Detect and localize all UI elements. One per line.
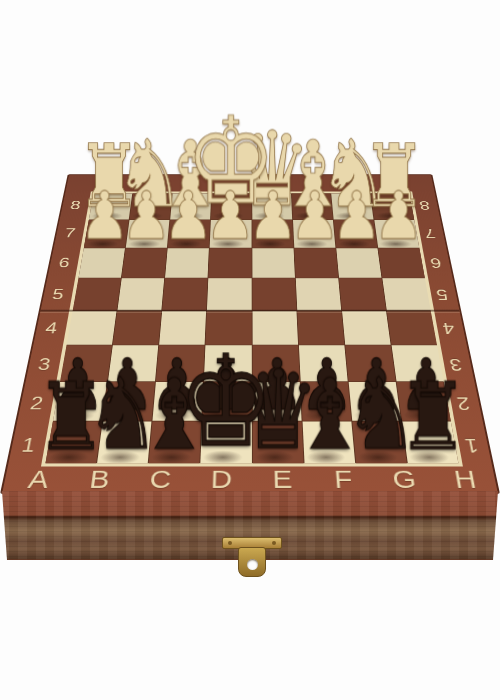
square-c3 bbox=[156, 345, 205, 381]
rank-label-right-4: 4 bbox=[432, 319, 465, 337]
file-label-g: G bbox=[383, 465, 426, 494]
square-c6 bbox=[165, 248, 209, 278]
square-a1: ♜ bbox=[45, 421, 101, 463]
square-b4 bbox=[113, 311, 162, 345]
file-label-e: E bbox=[262, 465, 302, 494]
file-label-a: A bbox=[16, 465, 61, 494]
square-a7: ♟ bbox=[84, 220, 129, 248]
piece-shadow bbox=[212, 239, 245, 248]
rank-label-left-6: 6 bbox=[49, 255, 79, 271]
piece-shadow bbox=[337, 239, 371, 248]
product-photo: ♜♞♝♚♛♝♞♜♟♟♟♟♟♟♟♟♟♟♟♟♟♟♟♟♜♞♝♚♛♝♞♜ ABCDEFG… bbox=[0, 0, 500, 700]
square-a2: ♟ bbox=[53, 382, 107, 421]
square-a5 bbox=[73, 279, 121, 311]
square-b5 bbox=[118, 279, 165, 311]
rank-label-left-1: 1 bbox=[10, 434, 47, 457]
piece-shadow bbox=[204, 409, 243, 421]
piece-shadow bbox=[304, 409, 344, 421]
rank-label-left-2: 2 bbox=[19, 393, 54, 414]
piece-shadow bbox=[295, 239, 328, 248]
board-perspective-wrap: ♜♞♝♚♛♝♞♜♟♟♟♟♟♟♟♟♟♟♟♟♟♟♟♟♜♞♝♚♛♝♞♜ ABCDEFG… bbox=[0, 0, 500, 494]
clasp-screw-icon bbox=[272, 541, 276, 545]
piece-shadow bbox=[254, 239, 287, 248]
square-e1: ♛ bbox=[252, 421, 303, 463]
square-e4 bbox=[252, 311, 298, 345]
rank-label-left-7: 7 bbox=[55, 226, 84, 241]
square-e6 bbox=[252, 248, 295, 278]
chess-board: ♜♞♝♚♛♝♞♜♟♟♟♟♟♟♟♟♟♟♟♟♟♟♟♟♜♞♝♚♛♝♞♜ ABCDEFG… bbox=[0, 174, 500, 494]
square-h5 bbox=[382, 279, 430, 311]
piece-shadow bbox=[213, 212, 245, 220]
square-b2: ♟ bbox=[103, 382, 155, 421]
piece-shadow bbox=[203, 450, 244, 463]
piece-shadow bbox=[170, 239, 203, 248]
square-h8: ♜ bbox=[371, 193, 415, 219]
square-d8: ♚ bbox=[211, 193, 251, 219]
square-h2: ♟ bbox=[396, 382, 450, 421]
square-f2: ♟ bbox=[300, 382, 351, 421]
piece-shadow bbox=[151, 450, 192, 463]
square-e7: ♟ bbox=[252, 220, 293, 248]
brass-clasp-hasp bbox=[238, 547, 266, 577]
file-label-d: D bbox=[201, 465, 241, 494]
square-g1: ♞ bbox=[352, 421, 407, 463]
square-d7: ♟ bbox=[210, 220, 251, 248]
square-d1: ♚ bbox=[201, 421, 252, 463]
piece-shadow bbox=[128, 239, 162, 248]
square-c7: ♟ bbox=[168, 220, 210, 248]
rank-label-right-6: 6 bbox=[421, 255, 451, 271]
square-f5 bbox=[295, 279, 340, 311]
rank-label-right-1: 1 bbox=[453, 434, 490, 457]
square-c8: ♝ bbox=[170, 193, 211, 219]
square-b1: ♞ bbox=[97, 421, 151, 463]
piece-shadow bbox=[294, 212, 326, 220]
piece-shadow bbox=[85, 239, 119, 248]
rank-label-right-3: 3 bbox=[439, 355, 473, 374]
square-b3 bbox=[108, 345, 158, 381]
piece-shadow bbox=[254, 409, 293, 421]
square-f3 bbox=[299, 345, 348, 381]
piece-shadow bbox=[402, 409, 443, 421]
board-field: ♜♞♝♚♛♝♞♜♟♟♟♟♟♟♟♟♟♟♟♟♟♟♟♟♜♞♝♚♛♝♞♜ bbox=[41, 191, 463, 466]
square-a3 bbox=[60, 345, 112, 381]
board-fold-seam bbox=[40, 310, 459, 312]
square-h4 bbox=[387, 311, 437, 345]
piece-shadow bbox=[357, 450, 399, 463]
file-label-f: F bbox=[323, 465, 365, 494]
square-c1: ♝ bbox=[149, 421, 202, 463]
square-a6 bbox=[78, 248, 125, 278]
square-a4 bbox=[67, 311, 117, 345]
piece-shadow bbox=[253, 212, 285, 220]
square-f7: ♟ bbox=[293, 220, 336, 248]
rank-label-right-7: 7 bbox=[415, 226, 444, 241]
square-a8: ♜ bbox=[89, 193, 132, 219]
piece-shadow bbox=[334, 212, 367, 220]
square-c2: ♟ bbox=[153, 382, 204, 421]
square-f6 bbox=[294, 248, 338, 278]
square-d5 bbox=[207, 279, 251, 311]
rank-label-left-4: 4 bbox=[35, 319, 68, 337]
square-c4 bbox=[159, 311, 206, 345]
clasp-screw-icon bbox=[228, 541, 232, 545]
file-label-c: C bbox=[139, 465, 181, 494]
square-g6 bbox=[336, 248, 381, 278]
square-e2: ♟ bbox=[252, 382, 301, 421]
square-g5 bbox=[339, 279, 386, 311]
piece-shadow bbox=[379, 239, 413, 248]
square-b6 bbox=[122, 248, 167, 278]
square-e8: ♛ bbox=[252, 193, 292, 219]
piece-shadow bbox=[131, 212, 164, 220]
square-b7: ♟ bbox=[126, 220, 170, 248]
file-label-h: H bbox=[443, 465, 488, 494]
rank-label-left-5: 5 bbox=[42, 286, 74, 303]
rank-label-left-8: 8 bbox=[61, 198, 89, 212]
square-c5 bbox=[162, 279, 207, 311]
square-d6 bbox=[209, 248, 252, 278]
rank-label-right-8: 8 bbox=[410, 198, 438, 212]
square-f1: ♝ bbox=[302, 421, 355, 463]
piece-shadow bbox=[353, 409, 393, 421]
piece-shadow bbox=[375, 212, 408, 220]
square-d4 bbox=[206, 311, 252, 345]
square-e5 bbox=[252, 279, 296, 311]
square-h6 bbox=[378, 248, 425, 278]
square-h3 bbox=[391, 345, 443, 381]
square-g8: ♞ bbox=[331, 193, 373, 219]
piece-shadow bbox=[55, 409, 96, 421]
square-h1: ♜ bbox=[402, 421, 459, 463]
piece-shadow bbox=[172, 212, 204, 220]
piece-shadow bbox=[105, 409, 145, 421]
piece-shadow bbox=[155, 409, 195, 421]
file-label-b: B bbox=[78, 465, 121, 494]
piece-shadow bbox=[99, 450, 141, 463]
piece-shadow bbox=[408, 450, 450, 463]
rank-label-right-5: 5 bbox=[426, 286, 458, 303]
piece-shadow bbox=[47, 450, 89, 463]
rank-label-right-2: 2 bbox=[446, 393, 481, 414]
square-d2: ♟ bbox=[203, 382, 252, 421]
square-f4 bbox=[297, 311, 344, 345]
square-g4 bbox=[342, 311, 391, 345]
piece-shadow bbox=[90, 212, 123, 220]
square-g3 bbox=[345, 345, 395, 381]
file-labels: ABCDEFGH bbox=[16, 465, 488, 494]
square-g2: ♟ bbox=[348, 382, 400, 421]
clasp-hole bbox=[247, 559, 258, 570]
square-b8: ♞ bbox=[130, 193, 172, 219]
piece-shadow bbox=[306, 450, 347, 463]
square-f8: ♝ bbox=[291, 193, 332, 219]
rank-label-left-3: 3 bbox=[27, 355, 61, 374]
square-e3 bbox=[252, 345, 299, 381]
square-h7: ♟ bbox=[374, 220, 419, 248]
square-g7: ♟ bbox=[333, 220, 377, 248]
piece-shadow bbox=[254, 450, 295, 463]
square-d3 bbox=[204, 345, 251, 381]
